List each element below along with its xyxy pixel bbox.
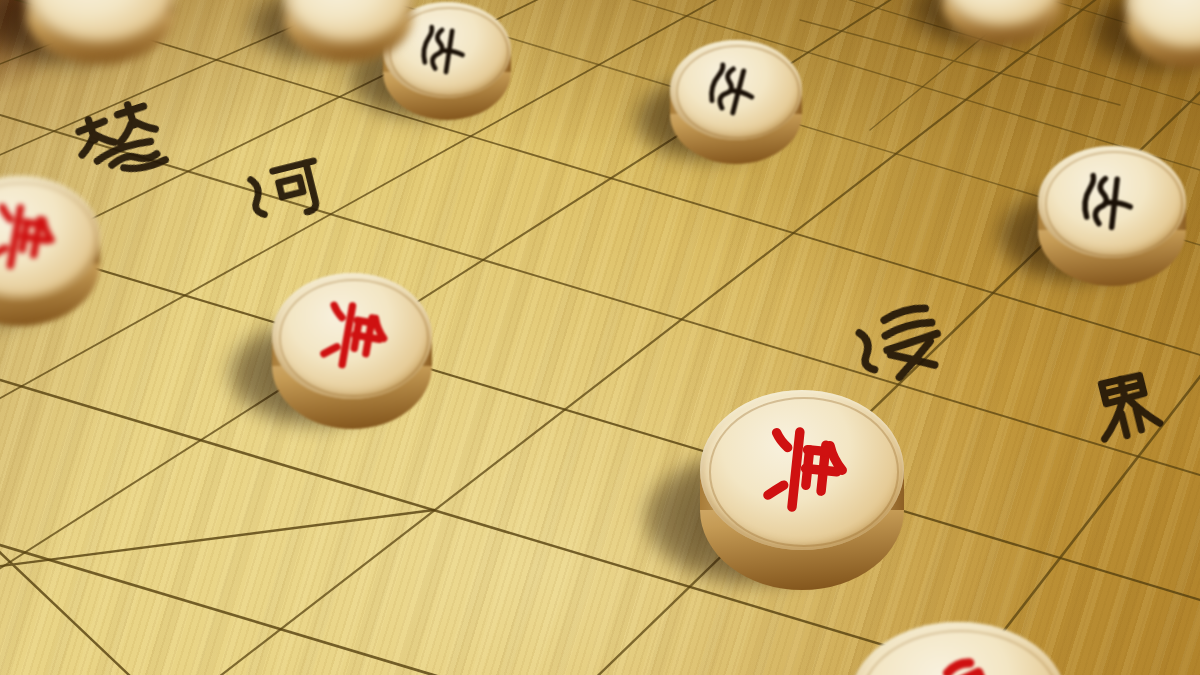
piece-black-piece-far-4[interactable] [1126,0,1200,68]
piece-black-piece-far-2[interactable] [284,0,412,62]
xiangqi-board-photo [0,0,1200,675]
piece-character-兵 [749,405,855,535]
piece-black-piece-far-1[interactable] [26,0,174,64]
piece-red-soldier-g4[interactable] [700,390,904,590]
piece-character-兵 [307,283,397,389]
piece-black-soldier-e7[interactable] [670,40,802,164]
piece-black-piece-far-3[interactable] [942,0,1062,44]
piece-black-soldier-g7[interactable] [1038,146,1186,286]
piece-red-soldier-e4[interactable] [272,273,432,429]
piece-red-cannon-h3[interactable] [850,622,1066,675]
piece-layer [0,0,1200,675]
piece-red-soldier-c4[interactable] [0,176,100,326]
